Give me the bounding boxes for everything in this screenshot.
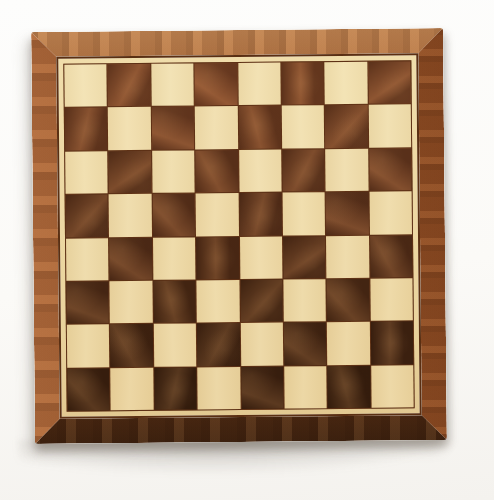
square-g4[interactable] xyxy=(326,235,369,278)
chess-board xyxy=(31,28,447,444)
square-e3[interactable] xyxy=(240,279,283,322)
photo-background xyxy=(0,0,494,500)
square-f5[interactable] xyxy=(282,192,325,235)
square-e7[interactable] xyxy=(238,106,281,149)
square-f6[interactable] xyxy=(282,149,325,192)
square-c4[interactable] xyxy=(153,237,196,280)
square-b4[interactable] xyxy=(109,237,152,280)
square-g7[interactable] xyxy=(325,105,368,148)
square-c1[interactable] xyxy=(154,367,197,410)
square-c3[interactable] xyxy=(153,280,196,323)
square-e6[interactable] xyxy=(239,149,282,192)
board-drop-shadow xyxy=(18,440,438,474)
board-inner-margin xyxy=(56,53,421,418)
square-d1[interactable] xyxy=(197,367,240,410)
square-f7[interactable] xyxy=(282,106,325,149)
square-d5[interactable] xyxy=(196,193,239,236)
square-g3[interactable] xyxy=(327,279,370,322)
square-a3[interactable] xyxy=(66,281,109,324)
square-a2[interactable] xyxy=(67,324,110,367)
square-h3[interactable] xyxy=(370,278,413,321)
square-g2[interactable] xyxy=(327,322,370,365)
square-f1[interactable] xyxy=(284,366,327,409)
square-f4[interactable] xyxy=(283,236,326,279)
square-d4[interactable] xyxy=(196,237,239,280)
square-h7[interactable] xyxy=(368,105,411,148)
square-h6[interactable] xyxy=(369,148,412,191)
square-f3[interactable] xyxy=(283,279,326,322)
square-e2[interactable] xyxy=(240,323,283,366)
square-h1[interactable] xyxy=(371,365,414,408)
square-h8[interactable] xyxy=(368,61,411,104)
square-g6[interactable] xyxy=(325,149,368,192)
square-e8[interactable] xyxy=(238,63,281,106)
square-f8[interactable] xyxy=(281,62,324,105)
square-c6[interactable] xyxy=(152,150,195,193)
square-a1[interactable] xyxy=(67,368,110,411)
square-h5[interactable] xyxy=(369,191,412,234)
square-b3[interactable] xyxy=(110,281,153,324)
square-g5[interactable] xyxy=(326,192,369,235)
square-c5[interactable] xyxy=(152,194,195,237)
board-grid xyxy=(63,60,414,411)
square-b2[interactable] xyxy=(110,324,153,367)
square-g8[interactable] xyxy=(325,62,368,105)
square-a5[interactable] xyxy=(66,194,109,237)
square-f2[interactable] xyxy=(284,322,327,365)
square-d2[interactable] xyxy=(197,323,240,366)
square-d6[interactable] xyxy=(195,150,238,193)
square-a6[interactable] xyxy=(65,151,108,194)
square-d3[interactable] xyxy=(197,280,240,323)
square-d7[interactable] xyxy=(195,106,238,149)
square-e5[interactable] xyxy=(239,193,282,236)
square-e1[interactable] xyxy=(241,366,284,409)
square-h2[interactable] xyxy=(370,322,413,365)
square-c7[interactable] xyxy=(152,107,195,150)
square-c2[interactable] xyxy=(154,324,197,367)
square-b7[interactable] xyxy=(108,107,151,150)
square-b6[interactable] xyxy=(109,151,152,194)
square-b5[interactable] xyxy=(109,194,152,237)
square-d8[interactable] xyxy=(194,63,237,106)
square-a8[interactable] xyxy=(64,64,107,107)
square-h4[interactable] xyxy=(370,235,413,278)
square-b8[interactable] xyxy=(108,64,151,107)
square-a4[interactable] xyxy=(66,238,109,281)
square-b1[interactable] xyxy=(111,367,154,410)
square-c8[interactable] xyxy=(151,63,194,106)
square-a7[interactable] xyxy=(65,108,108,151)
square-g1[interactable] xyxy=(327,365,370,408)
square-e4[interactable] xyxy=(240,236,283,279)
